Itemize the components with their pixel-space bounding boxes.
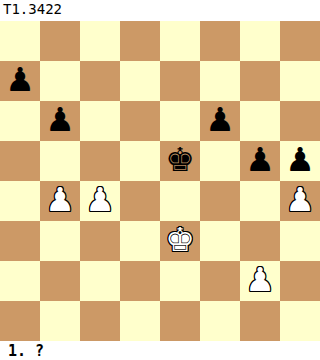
square-e4[interactable] <box>160 181 200 221</box>
square-d2[interactable] <box>120 261 160 301</box>
move-prompt: 1. ? <box>0 341 320 360</box>
square-g2[interactable]: ♟ <box>240 261 280 301</box>
square-f3[interactable] <box>200 221 240 261</box>
square-c8[interactable] <box>80 21 120 61</box>
black-pawn: ♟ <box>245 140 275 180</box>
square-b1[interactable] <box>40 301 80 341</box>
square-c7[interactable] <box>80 61 120 101</box>
white-king: ♚ <box>165 220 195 260</box>
square-h5[interactable]: ♟ <box>280 141 320 181</box>
square-a1[interactable] <box>0 301 40 341</box>
square-e7[interactable] <box>160 61 200 101</box>
square-b5[interactable] <box>40 141 80 181</box>
square-f2[interactable] <box>200 261 240 301</box>
square-b6[interactable]: ♟ <box>40 101 80 141</box>
black-pawn: ♟ <box>45 100 75 140</box>
square-f4[interactable] <box>200 181 240 221</box>
square-g6[interactable] <box>240 101 280 141</box>
square-b8[interactable] <box>40 21 80 61</box>
white-pawn: ♟ <box>285 180 315 220</box>
square-e8[interactable] <box>160 21 200 61</box>
white-pawn: ♟ <box>85 180 115 220</box>
square-d6[interactable] <box>120 101 160 141</box>
square-d8[interactable] <box>120 21 160 61</box>
square-c6[interactable] <box>80 101 120 141</box>
square-g3[interactable] <box>240 221 280 261</box>
white-pawn: ♟ <box>245 260 275 300</box>
square-d3[interactable] <box>120 221 160 261</box>
square-d7[interactable] <box>120 61 160 101</box>
square-h3[interactable] <box>280 221 320 261</box>
black-pawn: ♟ <box>5 60 35 100</box>
square-e1[interactable] <box>160 301 200 341</box>
square-d5[interactable] <box>120 141 160 181</box>
square-b2[interactable] <box>40 261 80 301</box>
square-f5[interactable] <box>200 141 240 181</box>
puzzle-title: T1.3422 <box>0 0 320 21</box>
black-pawn: ♟ <box>285 140 315 180</box>
square-a2[interactable] <box>0 261 40 301</box>
square-c1[interactable] <box>80 301 120 341</box>
square-f1[interactable] <box>200 301 240 341</box>
square-g4[interactable] <box>240 181 280 221</box>
white-pawn: ♟ <box>45 180 75 220</box>
square-c5[interactable] <box>80 141 120 181</box>
square-h7[interactable] <box>280 61 320 101</box>
square-e2[interactable] <box>160 261 200 301</box>
square-g8[interactable] <box>240 21 280 61</box>
square-a5[interactable] <box>0 141 40 181</box>
square-f6[interactable]: ♟ <box>200 101 240 141</box>
square-c2[interactable] <box>80 261 120 301</box>
square-b4[interactable]: ♟ <box>40 181 80 221</box>
square-f7[interactable] <box>200 61 240 101</box>
square-d1[interactable] <box>120 301 160 341</box>
square-b3[interactable] <box>40 221 80 261</box>
square-e6[interactable] <box>160 101 200 141</box>
square-g1[interactable] <box>240 301 280 341</box>
square-c3[interactable] <box>80 221 120 261</box>
square-h2[interactable] <box>280 261 320 301</box>
square-g7[interactable] <box>240 61 280 101</box>
square-c4[interactable]: ♟ <box>80 181 120 221</box>
square-h8[interactable] <box>280 21 320 61</box>
square-h4[interactable]: ♟ <box>280 181 320 221</box>
chess-board: ♟♟♟♚♟♟♟♟♟♚♟ <box>0 21 320 341</box>
black-pawn: ♟ <box>205 100 235 140</box>
square-g5[interactable]: ♟ <box>240 141 280 181</box>
square-a4[interactable] <box>0 181 40 221</box>
square-h6[interactable] <box>280 101 320 141</box>
black-king: ♚ <box>165 140 195 180</box>
square-a6[interactable] <box>0 101 40 141</box>
square-f8[interactable] <box>200 21 240 61</box>
square-d4[interactable] <box>120 181 160 221</box>
square-b7[interactable] <box>40 61 80 101</box>
square-a3[interactable] <box>0 221 40 261</box>
square-e5[interactable]: ♚ <box>160 141 200 181</box>
square-e3[interactable]: ♚ <box>160 221 200 261</box>
square-a8[interactable] <box>0 21 40 61</box>
square-a7[interactable]: ♟ <box>0 61 40 101</box>
square-h1[interactable] <box>280 301 320 341</box>
